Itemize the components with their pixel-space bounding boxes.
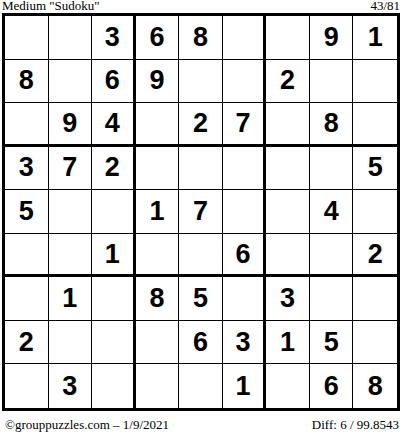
- cell-r4c9-given: 5: [353, 147, 397, 191]
- copyright-text: ©grouppuzzles.com – 1/9/2021: [5, 417, 169, 432]
- cell-r9c9-given: 8: [353, 364, 397, 408]
- cell-r5c2-empty[interactable]: [49, 190, 93, 234]
- cell-r4c6-empty[interactable]: [223, 147, 267, 191]
- cell-r7c6-empty[interactable]: [223, 277, 267, 321]
- cell-r1c4-given: 6: [136, 16, 180, 60]
- cell-r6c4-empty[interactable]: [136, 234, 180, 278]
- sudoku-board: 36891869294278372551741621853263153168: [2, 13, 400, 411]
- cell-r6c7-empty[interactable]: [266, 234, 310, 278]
- page-footer: ©grouppuzzles.com – 1/9/2021 Diff: 6 / 9…: [5, 417, 399, 432]
- cell-r3c3-given: 4: [92, 103, 136, 147]
- cell-r5c5-given: 7: [179, 190, 223, 234]
- cell-r7c2-given: 1: [49, 277, 93, 321]
- cell-r1c2-empty[interactable]: [49, 16, 93, 60]
- cell-r1c7-empty[interactable]: [266, 16, 310, 60]
- cell-r1c6-empty[interactable]: [223, 16, 267, 60]
- cell-r9c3-empty[interactable]: [92, 364, 136, 408]
- cell-r5c7-empty[interactable]: [266, 190, 310, 234]
- cell-r9c4-empty[interactable]: [136, 364, 180, 408]
- cell-r6c3-given: 1: [92, 234, 136, 278]
- cell-r3c1-empty[interactable]: [5, 103, 49, 147]
- cell-r2c2-empty[interactable]: [49, 60, 93, 104]
- cell-r5c9-empty[interactable]: [353, 190, 397, 234]
- cells-remaining-counter: 43/81: [370, 0, 400, 13]
- cell-r4c5-empty[interactable]: [179, 147, 223, 191]
- cell-r6c2-empty[interactable]: [49, 234, 93, 278]
- cell-r2c4-given: 9: [136, 60, 180, 104]
- cell-r4c8-empty[interactable]: [310, 147, 354, 191]
- cell-r4c1-given: 3: [5, 147, 49, 191]
- cell-r1c5-given: 8: [179, 16, 223, 60]
- cell-r2c1-given: 8: [5, 60, 49, 104]
- cell-r8c7-given: 1: [266, 321, 310, 365]
- cell-r7c8-empty[interactable]: [310, 277, 354, 321]
- cell-r6c6-given: 6: [223, 234, 267, 278]
- cell-r8c6-given: 3: [223, 321, 267, 365]
- cell-r5c6-empty[interactable]: [223, 190, 267, 234]
- cell-r2c8-empty[interactable]: [310, 60, 354, 104]
- cell-r4c2-given: 7: [49, 147, 93, 191]
- cell-r9c8-given: 6: [310, 364, 354, 408]
- page-header: Medium "Sudoku" 43/81: [2, 0, 400, 13]
- cell-r2c9-empty[interactable]: [353, 60, 397, 104]
- cell-r7c3-empty[interactable]: [92, 277, 136, 321]
- cell-r3c8-given: 8: [310, 103, 354, 147]
- cell-r8c3-empty[interactable]: [92, 321, 136, 365]
- cell-r5c1-given: 5: [5, 190, 49, 234]
- cell-r3c2-given: 9: [49, 103, 93, 147]
- cell-r6c8-empty[interactable]: [310, 234, 354, 278]
- cell-r6c1-empty[interactable]: [5, 234, 49, 278]
- cell-r8c8-given: 5: [310, 321, 354, 365]
- cell-r6c5-empty[interactable]: [179, 234, 223, 278]
- cell-r8c5-given: 6: [179, 321, 223, 365]
- cell-r3c4-empty[interactable]: [136, 103, 180, 147]
- cell-r7c7-given: 3: [266, 277, 310, 321]
- cell-r1c9-given: 1: [353, 16, 397, 60]
- cell-r7c9-empty[interactable]: [353, 277, 397, 321]
- cell-r8c9-empty[interactable]: [353, 321, 397, 365]
- cell-r9c6-given: 1: [223, 364, 267, 408]
- cell-r1c1-empty[interactable]: [5, 16, 49, 60]
- cell-r8c1-given: 2: [5, 321, 49, 365]
- cell-r5c8-given: 4: [310, 190, 354, 234]
- cell-r1c8-given: 9: [310, 16, 354, 60]
- cell-r3c7-empty[interactable]: [266, 103, 310, 147]
- cell-r4c4-empty[interactable]: [136, 147, 180, 191]
- cell-r8c4-empty[interactable]: [136, 321, 180, 365]
- cell-r2c7-given: 2: [266, 60, 310, 104]
- cell-r1c3-given: 3: [92, 16, 136, 60]
- cell-r4c7-empty[interactable]: [266, 147, 310, 191]
- cell-r2c6-empty[interactable]: [223, 60, 267, 104]
- cell-r7c4-given: 8: [136, 277, 180, 321]
- cell-r9c5-empty[interactable]: [179, 364, 223, 408]
- cell-r9c1-empty[interactable]: [5, 364, 49, 408]
- cell-r3c5-given: 2: [179, 103, 223, 147]
- difficulty-text: Diff: 6 / 99.8543: [312, 417, 399, 432]
- cell-r5c3-empty[interactable]: [92, 190, 136, 234]
- cell-r2c3-given: 6: [92, 60, 136, 104]
- cell-r7c1-empty[interactable]: [5, 277, 49, 321]
- cell-r3c6-given: 7: [223, 103, 267, 147]
- cell-r9c2-given: 3: [49, 364, 93, 408]
- cell-r9c7-empty[interactable]: [266, 364, 310, 408]
- cell-r5c4-given: 1: [136, 190, 180, 234]
- cell-r2c5-empty[interactable]: [179, 60, 223, 104]
- cell-r8c2-empty[interactable]: [49, 321, 93, 365]
- cell-r4c3-given: 2: [92, 147, 136, 191]
- cell-r3c9-empty[interactable]: [353, 103, 397, 147]
- cell-r6c9-given: 2: [353, 234, 397, 278]
- puzzle-title: Medium "Sudoku": [2, 0, 100, 13]
- cell-r7c5-given: 5: [179, 277, 223, 321]
